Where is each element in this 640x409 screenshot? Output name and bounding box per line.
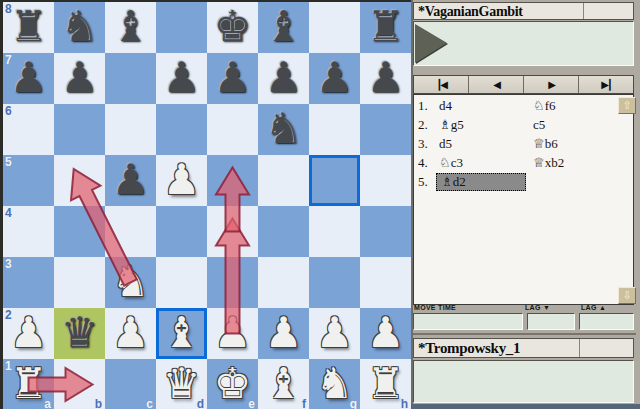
square-d2[interactable]: ♝ [156,308,207,359]
rank-label-3: 3 [5,257,12,271]
figurine-icon: ♕ [533,155,545,170]
square-e7[interactable]: ♟ [207,53,258,104]
white-move[interactable]: ♗g5 [439,117,464,133]
opening-title-2: *Trompowsky_1 [418,339,520,358]
piece-white-pawn[interactable]: ♟ [207,308,258,359]
opening-title-bar: *VaganianGambit [413,2,634,20]
piece-black-pawn[interactable]: ♟ [207,53,258,104]
square-d1[interactable]: d♛ [156,359,207,409]
square-d3[interactable] [156,257,207,308]
title-separator-2 [579,339,580,357]
square-d8[interactable] [156,2,207,53]
play-triangle-icon [415,24,447,63]
square-h7[interactable]: ♟ [360,53,411,104]
piece-black-pawn[interactable]: ♟ [54,53,105,104]
square-c6[interactable] [105,104,156,155]
piece-white-pawn[interactable]: ♟ [360,308,411,359]
square-d6[interactable] [156,104,207,155]
square-b4[interactable] [54,206,105,257]
figurine-icon: ♗ [441,174,453,189]
square-c4[interactable] [105,206,156,257]
piece-white-knight[interactable]: ♞ [105,257,156,308]
white-move[interactable]: d4 [439,98,452,114]
opening-title-bar-2: *Trompowsky_1 [413,338,634,358]
square-e3[interactable] [207,257,258,308]
move-number: 1. [418,98,428,114]
square-c1[interactable]: c [105,359,156,409]
piece-white-pawn[interactable]: ♟ [156,155,207,206]
square-h8[interactable]: ♜ [360,2,411,53]
square-f7[interactable]: ♟ [258,53,309,104]
square-c8[interactable]: ♝ [105,2,156,53]
white-move[interactable]: d5 [439,136,452,152]
square-e8[interactable]: ♚ [207,2,258,53]
square-f2[interactable]: ♟ [258,308,309,359]
square-h4[interactable] [360,206,411,257]
scroll-up-button[interactable]: ⇧ [618,97,636,114]
rank-label-6: 6 [5,104,12,118]
square-e4[interactable] [207,206,258,257]
move-number: 2. [418,117,428,133]
engine-output-box [413,21,634,66]
square-a1[interactable]: 1a♜ [3,359,54,409]
piece-black-king[interactable]: ♚ [207,2,258,53]
move-number: 3. [418,136,428,152]
piece-black-bishop[interactable]: ♝ [258,2,309,53]
piece-white-pawn[interactable]: ♟ [3,308,54,359]
square-g5[interactable] [309,155,360,206]
square-h6[interactable] [360,104,411,155]
black-move[interactable]: ♕b6 [533,136,558,152]
square-h5[interactable] [360,155,411,206]
move-row-5: 5.♗d2 [414,174,633,193]
go-start-button[interactable]: ┃◀ [414,76,469,93]
piece-white-rook[interactable]: ♜ [360,359,411,409]
square-b7[interactable]: ♟ [54,53,105,104]
piece-black-queen[interactable]: ♛ [54,308,105,359]
square-a5[interactable]: 5 [3,155,54,206]
file-label-c: c [146,397,153,409]
piece-black-rook[interactable]: ♜ [3,2,54,53]
piece-white-pawn[interactable]: ♟ [105,308,156,359]
black-move[interactable]: ♕xb2 [533,155,564,171]
figurine-icon: ♕ [533,136,545,151]
square-h3[interactable] [360,257,411,308]
move-row-4: 4.♘c3♕xb2 [414,155,633,174]
piece-white-king[interactable]: ♚ [207,359,258,409]
square-g8[interactable] [309,2,360,53]
opening-title: *VaganianGambit [418,3,523,21]
square-g2[interactable]: ♟ [309,308,360,359]
square-c2[interactable]: ♟ [105,308,156,359]
square-g6[interactable] [309,104,360,155]
move-number: 5. [418,174,428,190]
square-f5[interactable] [258,155,309,206]
move-row-1: 1.d4♘f6 [414,98,633,117]
square-d4[interactable] [156,206,207,257]
engine-output-box-2 [413,360,634,403]
move-row-2: 2.♗g5c5 [414,117,633,136]
square-a8[interactable]: 8♜ [3,2,54,53]
square-b1[interactable]: b [54,359,105,409]
move-number: 4. [418,155,428,171]
chess-board[interactable]: 8♜♞♝♚♝♜7♟♟♟♟♟♟♟6♞5♟♟43♞2♟♛♟♝♟♟♟♟1a♜bcd♛e… [3,2,411,409]
move-row-3: 3.d5♕b6 [414,136,633,155]
square-f8[interactable]: ♝ [258,2,309,53]
square-f6[interactable]: ♞ [258,104,309,155]
square-d5[interactable]: ♟ [156,155,207,206]
figurine-icon: ♗ [439,117,451,132]
piece-black-pawn[interactable]: ♟ [156,53,207,104]
square-c7[interactable] [105,53,156,104]
move-time-label: MOVE TIME [414,304,456,311]
move-list[interactable]: 1.d4♘f62.♗g5c53.d5♕b64.♘c3♕xb25.♗d2 [413,94,634,305]
square-h1[interactable]: h♜ [360,359,411,409]
square-c3[interactable]: ♞ [105,257,156,308]
square-e5[interactable] [207,155,258,206]
go-back-button[interactable]: ◀ [469,76,524,93]
lag-up-field [579,313,634,330]
square-b3[interactable] [54,257,105,308]
piece-white-bishop[interactable]: ♝ [258,359,309,409]
square-a3[interactable]: 3 [3,257,54,308]
piece-black-pawn[interactable]: ♟ [309,53,360,104]
square-e1[interactable]: e♚ [207,359,258,409]
game-panel: *VaganianGambit ┃◀ ◀ ▶ ▶┃ 1.d4♘f62.♗g5c5… [411,0,640,409]
square-h2[interactable]: ♟ [360,308,411,359]
black-move[interactable]: c5 [533,117,545,133]
move-nav-toolbar: ┃◀ ◀ ▶ ▶┃ [413,75,634,94]
piece-black-rook[interactable]: ♜ [360,2,411,53]
panel-divider [413,333,636,335]
lag-up-label: LAG ▲ [581,304,606,311]
square-b2[interactable]: ♛ [54,308,105,359]
white-move[interactable]: ♗d2 [439,174,526,191]
rank-label-5: 5 [5,155,12,169]
black-move[interactable]: ♘f6 [533,98,556,114]
piece-black-pawn[interactable]: ♟ [360,53,411,104]
square-f3[interactable] [258,257,309,308]
square-c5[interactable]: ♟ [105,155,156,206]
piece-white-knight[interactable]: ♞ [309,359,360,409]
square-g4[interactable] [309,206,360,257]
piece-white-queen[interactable]: ♛ [156,359,207,409]
piece-black-pawn[interactable]: ♟ [3,53,54,104]
rank-label-4: 4 [5,206,12,220]
piece-black-pawn[interactable]: ♟ [105,155,156,206]
chess-board-frame: 8♜♞♝♚♝♜7♟♟♟♟♟♟♟6♞5♟♟43♞2♟♛♟♝♟♟♟♟1a♜bcd♛e… [0,0,411,409]
square-g7[interactable]: ♟ [309,53,360,104]
piece-white-bishop[interactable]: ♝ [156,308,207,359]
square-f1[interactable]: f♝ [258,359,309,409]
square-a6[interactable]: 6 [3,104,54,155]
window-bottom-strip [411,404,640,409]
piece-white-pawn[interactable]: ♟ [258,308,309,359]
piece-black-pawn[interactable]: ♟ [258,53,309,104]
title-separator [583,3,584,19]
file-label-b: b [95,397,102,409]
move-time-field [413,313,523,330]
chess-app-window: 8♜♞♝♚♝♜7♟♟♟♟♟♟♟6♞5♟♟43♞2♟♛♟♝♟♟♟♟1a♜bcd♛e… [0,0,640,409]
figurine-icon: ♘ [533,98,545,113]
scroll-down-button[interactable]: ⇩ [618,287,636,304]
square-g3[interactable] [309,257,360,308]
square-e6[interactable] [207,104,258,155]
figurine-icon: ♘ [439,155,451,170]
square-b8[interactable]: ♞ [54,2,105,53]
lag-down-label: LAG ▼ [525,304,550,311]
go-end-button[interactable]: ▶┃ [579,76,633,93]
square-f4[interactable] [258,206,309,257]
square-b6[interactable] [54,104,105,155]
piece-black-bishop[interactable]: ♝ [105,2,156,53]
square-a7[interactable]: 7♟ [3,53,54,104]
square-a2[interactable]: 2♟ [3,308,54,359]
square-a4[interactable]: 4 [3,206,54,257]
piece-black-knight[interactable]: ♞ [258,104,309,155]
white-move[interactable]: ♘c3 [439,155,463,171]
square-e2[interactable]: ♟ [207,308,258,359]
go-forward-button[interactable]: ▶ [524,76,579,93]
square-d7[interactable]: ♟ [156,53,207,104]
piece-black-knight[interactable]: ♞ [54,2,105,53]
lag-down-field [527,313,575,330]
square-g1[interactable]: g♞ [309,359,360,409]
piece-white-pawn[interactable]: ♟ [309,308,360,359]
square-b5[interactable] [54,155,105,206]
piece-white-rook[interactable]: ♜ [3,359,54,409]
